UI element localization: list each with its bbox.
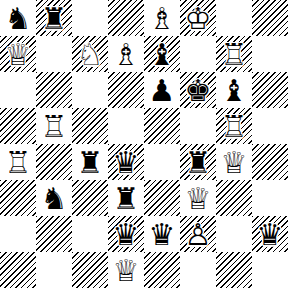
square-f1[interactable] bbox=[180, 252, 216, 288]
square-c8[interactable] bbox=[72, 0, 108, 36]
piece-white-n-c7[interactable]: ♞♘ bbox=[72, 36, 108, 72]
white-b-icon: ♗ bbox=[144, 0, 180, 36]
piece-black-q-d2[interactable]: ♛♛ bbox=[108, 216, 144, 252]
piece-black-n-b3[interactable]: ♞♞ bbox=[36, 180, 72, 216]
square-h5[interactable] bbox=[252, 108, 288, 144]
black-b-icon: ♝ bbox=[144, 36, 180, 72]
piece-white-r-b5[interactable]: ♜♖ bbox=[36, 108, 72, 144]
black-k-icon: ♚ bbox=[180, 72, 216, 108]
square-h1[interactable] bbox=[252, 252, 288, 288]
square-b6[interactable] bbox=[36, 72, 72, 108]
square-e2[interactable]: ♛♛ bbox=[144, 216, 180, 252]
piece-white-b-e8[interactable]: ♝♗ bbox=[144, 0, 180, 36]
square-e7[interactable]: ♝♝ bbox=[144, 36, 180, 72]
piece-black-r-c4[interactable]: ♜♜ bbox=[72, 144, 108, 180]
square-f8[interactable]: ♚♔ bbox=[180, 0, 216, 36]
piece-black-k-f6[interactable]: ♚♚ bbox=[180, 72, 216, 108]
piece-white-r-g5[interactable]: ♜♖ bbox=[216, 108, 252, 144]
white-b-icon: ♗ bbox=[108, 36, 144, 72]
square-g5[interactable]: ♜♖ bbox=[216, 108, 252, 144]
piece-white-k-f8[interactable]: ♚♔ bbox=[180, 0, 216, 36]
square-b5[interactable]: ♜♖ bbox=[36, 108, 72, 144]
black-b-icon: ♝ bbox=[216, 72, 252, 108]
white-q-icon: ♕ bbox=[108, 252, 144, 288]
piece-black-q-d4[interactable]: ♛♛ bbox=[108, 144, 144, 180]
piece-black-r-f4[interactable]: ♜♜ bbox=[180, 144, 216, 180]
square-a6[interactable] bbox=[0, 72, 36, 108]
piece-white-b-d7[interactable]: ♝♗ bbox=[108, 36, 144, 72]
square-d6[interactable] bbox=[108, 72, 144, 108]
piece-black-r-b8[interactable]: ♜♜ bbox=[36, 0, 72, 36]
square-g3[interactable] bbox=[216, 180, 252, 216]
square-a5[interactable] bbox=[0, 108, 36, 144]
square-e3[interactable] bbox=[144, 180, 180, 216]
black-q-icon: ♛ bbox=[144, 216, 180, 252]
black-r-icon: ♜ bbox=[180, 144, 216, 180]
square-h4[interactable] bbox=[252, 144, 288, 180]
square-d2[interactable]: ♛♛ bbox=[108, 216, 144, 252]
square-c4[interactable]: ♜♜ bbox=[72, 144, 108, 180]
white-q-icon: ♕ bbox=[0, 36, 36, 72]
piece-black-p-e6[interactable]: ♟♟ bbox=[144, 72, 180, 108]
square-a2[interactable] bbox=[0, 216, 36, 252]
square-a3[interactable] bbox=[0, 180, 36, 216]
black-r-icon: ♜ bbox=[108, 180, 144, 216]
square-f2[interactable]: ♟♙ bbox=[180, 216, 216, 252]
square-f7[interactable] bbox=[180, 36, 216, 72]
piece-white-r-a4[interactable]: ♜♖ bbox=[0, 144, 36, 180]
black-n-icon: ♞ bbox=[36, 180, 72, 216]
square-d5[interactable] bbox=[108, 108, 144, 144]
square-c7[interactable]: ♞♘ bbox=[72, 36, 108, 72]
square-e6[interactable]: ♟♟ bbox=[144, 72, 180, 108]
square-a7[interactable]: ♛♕ bbox=[0, 36, 36, 72]
square-b4[interactable] bbox=[36, 144, 72, 180]
square-h2[interactable]: ♛♛ bbox=[252, 216, 288, 252]
piece-white-q-f3[interactable]: ♛♕ bbox=[180, 180, 216, 216]
square-b8[interactable]: ♜♜ bbox=[36, 0, 72, 36]
black-q-icon: ♛ bbox=[252, 216, 288, 252]
piece-black-b-e7[interactable]: ♝♝ bbox=[144, 36, 180, 72]
square-a8[interactable]: ♞♞ bbox=[0, 0, 36, 36]
piece-black-n-a8[interactable]: ♞♞ bbox=[0, 0, 36, 36]
black-p-icon: ♟ bbox=[144, 72, 180, 108]
square-c1[interactable] bbox=[72, 252, 108, 288]
square-f3[interactable]: ♛♕ bbox=[180, 180, 216, 216]
black-r-icon: ♜ bbox=[36, 0, 72, 36]
black-r-icon: ♜ bbox=[72, 144, 108, 180]
piece-black-q-h2[interactable]: ♛♛ bbox=[252, 216, 288, 252]
square-b1[interactable] bbox=[36, 252, 72, 288]
piece-black-r-d3[interactable]: ♜♜ bbox=[108, 180, 144, 216]
white-p-icon: ♙ bbox=[180, 216, 216, 252]
square-d8[interactable] bbox=[108, 0, 144, 36]
black-q-icon: ♛ bbox=[108, 144, 144, 180]
piece-white-q-g4[interactable]: ♛♕ bbox=[216, 144, 252, 180]
white-r-icon: ♖ bbox=[36, 108, 72, 144]
square-h6[interactable] bbox=[252, 72, 288, 108]
square-g4[interactable]: ♛♕ bbox=[216, 144, 252, 180]
square-f4[interactable]: ♜♜ bbox=[180, 144, 216, 180]
square-b7[interactable] bbox=[36, 36, 72, 72]
square-g8[interactable] bbox=[216, 0, 252, 36]
square-g1[interactable] bbox=[216, 252, 252, 288]
square-d4[interactable]: ♛♛ bbox=[108, 144, 144, 180]
square-h7[interactable] bbox=[252, 36, 288, 72]
white-q-icon: ♕ bbox=[180, 180, 216, 216]
black-q-icon: ♛ bbox=[108, 216, 144, 252]
square-d7[interactable]: ♝♗ bbox=[108, 36, 144, 72]
square-g2[interactable] bbox=[216, 216, 252, 252]
piece-black-b-g6[interactable]: ♝♝ bbox=[216, 72, 252, 108]
square-f6[interactable]: ♚♚ bbox=[180, 72, 216, 108]
square-f5[interactable] bbox=[180, 108, 216, 144]
white-q-icon: ♕ bbox=[216, 144, 252, 180]
white-n-icon: ♘ bbox=[72, 36, 108, 72]
square-e1[interactable] bbox=[144, 252, 180, 288]
piece-white-q-d1[interactable]: ♛♕ bbox=[108, 252, 144, 288]
white-r-icon: ♖ bbox=[216, 108, 252, 144]
square-a4[interactable]: ♜♖ bbox=[0, 144, 36, 180]
piece-white-r-g7[interactable]: ♜♖ bbox=[216, 36, 252, 72]
square-g7[interactable]: ♜♖ bbox=[216, 36, 252, 72]
square-e5[interactable] bbox=[144, 108, 180, 144]
white-k-icon: ♔ bbox=[180, 0, 216, 36]
square-g6[interactable]: ♝♝ bbox=[216, 72, 252, 108]
square-b2[interactable] bbox=[36, 216, 72, 252]
square-d1[interactable]: ♛♕ bbox=[108, 252, 144, 288]
square-c5[interactable] bbox=[72, 108, 108, 144]
piece-white-p-f2[interactable]: ♟♙ bbox=[180, 216, 216, 252]
square-h3[interactable] bbox=[252, 180, 288, 216]
piece-black-q-e2[interactable]: ♛♛ bbox=[144, 216, 180, 252]
square-h8[interactable] bbox=[252, 0, 288, 36]
white-r-icon: ♖ bbox=[216, 36, 252, 72]
square-c3[interactable] bbox=[72, 180, 108, 216]
square-a1[interactable] bbox=[0, 252, 36, 288]
square-c6[interactable] bbox=[72, 72, 108, 108]
white-r-icon: ♖ bbox=[0, 144, 36, 180]
square-d3[interactable]: ♜♜ bbox=[108, 180, 144, 216]
chess-board: ♞♞♜♜♝♗♚♔♛♕♞♘♝♗♝♝♜♖♟♟♚♚♝♝♜♖♜♖♜♖♜♜♛♛♜♜♛♕♞♞… bbox=[0, 0, 288, 288]
square-e4[interactable] bbox=[144, 144, 180, 180]
piece-white-q-a7[interactable]: ♛♕ bbox=[0, 36, 36, 72]
square-c2[interactable] bbox=[72, 216, 108, 252]
black-n-icon: ♞ bbox=[0, 0, 36, 36]
square-b3[interactable]: ♞♞ bbox=[36, 180, 72, 216]
square-e8[interactable]: ♝♗ bbox=[144, 0, 180, 36]
